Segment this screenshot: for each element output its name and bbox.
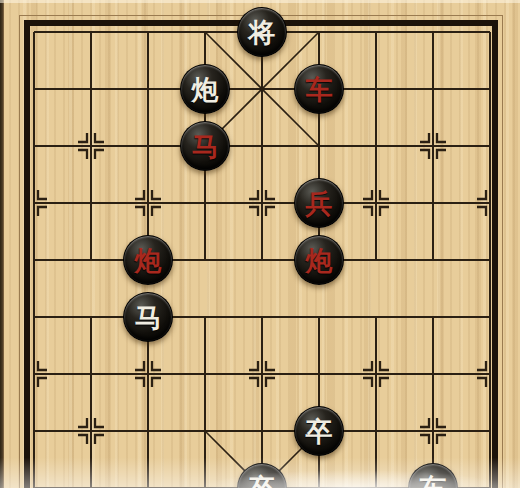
piece-red-cannon[interactable]: 炮: [123, 235, 173, 285]
piece-black-general[interactable]: 将: [237, 7, 287, 57]
piece-red-cannon[interactable]: 炮: [294, 235, 344, 285]
piece-red-soldier[interactable]: 兵: [294, 178, 344, 228]
piece-red-horse[interactable]: 马: [180, 121, 230, 171]
xiangqi-board: 将炮车马兵炮炮马卒卒车: [0, 0, 520, 488]
piece-red-chariot[interactable]: 车: [294, 64, 344, 114]
piece-black-soldier[interactable]: 卒: [294, 406, 344, 456]
piece-black-cannon[interactable]: 炮: [180, 64, 230, 114]
piece-black-chariot[interactable]: 车: [408, 463, 458, 488]
piece-black-horse[interactable]: 马: [123, 292, 173, 342]
piece-black-soldier[interactable]: 卒: [237, 463, 287, 488]
piece-grid: 将炮车马兵炮炮马卒卒车: [6, 4, 519, 488]
